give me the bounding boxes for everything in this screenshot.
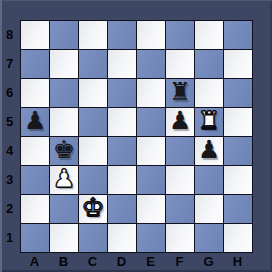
square-b3[interactable]: ♟ — [50, 166, 78, 194]
square-d8[interactable] — [108, 21, 136, 49]
square-c6[interactable] — [79, 79, 107, 107]
square-h4[interactable] — [224, 137, 252, 165]
square-a4[interactable] — [21, 137, 49, 165]
square-c5[interactable] — [79, 108, 107, 136]
square-e7[interactable] — [137, 50, 165, 78]
square-h8[interactable] — [224, 21, 252, 49]
square-b1[interactable] — [50, 224, 78, 252]
square-d3[interactable] — [108, 166, 136, 194]
rank-label-2: 2 — [0, 194, 19, 223]
rank-label-8: 8 — [0, 20, 19, 49]
square-g5[interactable]: ♜ — [195, 108, 223, 136]
rank-label-7: 7 — [0, 49, 19, 78]
square-c2[interactable]: ♚ — [79, 195, 107, 223]
file-label-e: E — [136, 253, 165, 270]
square-b7[interactable] — [50, 50, 78, 78]
square-c1[interactable] — [79, 224, 107, 252]
file-label-b: B — [49, 253, 78, 270]
file-label-f: F — [165, 253, 194, 270]
square-b2[interactable] — [50, 195, 78, 223]
rank-label-3: 3 — [0, 165, 19, 194]
square-a6[interactable] — [21, 79, 49, 107]
square-b8[interactable] — [50, 21, 78, 49]
square-h6[interactable] — [224, 79, 252, 107]
black-pawn-a5[interactable]: ♟ — [24, 107, 46, 135]
square-f4[interactable] — [166, 137, 194, 165]
square-f7[interactable] — [166, 50, 194, 78]
file-label-h: H — [223, 253, 252, 270]
file-label-d: D — [107, 253, 136, 270]
square-g4[interactable]: ♟ — [195, 137, 223, 165]
square-f6[interactable]: ♜ — [166, 79, 194, 107]
square-c3[interactable] — [79, 166, 107, 194]
square-b6[interactable] — [50, 79, 78, 107]
square-c7[interactable] — [79, 50, 107, 78]
square-g6[interactable] — [195, 79, 223, 107]
square-b4[interactable]: ♚ — [50, 137, 78, 165]
white-pawn-b3[interactable]: ♟ — [53, 165, 75, 193]
black-rook-f6[interactable]: ♜ — [169, 78, 191, 106]
rank-label-6: 6 — [0, 78, 19, 107]
file-label-c: C — [78, 253, 107, 270]
square-f5[interactable]: ♟ — [166, 108, 194, 136]
square-a2[interactable] — [21, 195, 49, 223]
square-h3[interactable] — [224, 166, 252, 194]
rank-label-5: 5 — [0, 107, 19, 136]
square-h5[interactable] — [224, 108, 252, 136]
square-h1[interactable] — [224, 224, 252, 252]
square-c8[interactable] — [79, 21, 107, 49]
black-pawn-g4[interactable]: ♟ — [198, 136, 220, 164]
file-label-a: A — [20, 253, 49, 270]
square-d6[interactable] — [108, 79, 136, 107]
rank-label-1: 1 — [0, 223, 19, 252]
square-h2[interactable] — [224, 195, 252, 223]
black-pawn-f5[interactable]: ♟ — [169, 107, 191, 135]
square-b5[interactable] — [50, 108, 78, 136]
square-c4[interactable] — [79, 137, 107, 165]
square-e4[interactable] — [137, 137, 165, 165]
square-d1[interactable] — [108, 224, 136, 252]
chess-diagram: ♜♟♟♜♚♟♟♚ 87654321 ABCDEFGH — [0, 0, 272, 272]
square-a8[interactable] — [21, 21, 49, 49]
white-rook-g5[interactable]: ♜ — [198, 107, 220, 135]
square-a3[interactable] — [21, 166, 49, 194]
square-f1[interactable] — [166, 224, 194, 252]
square-e8[interactable] — [137, 21, 165, 49]
square-a7[interactable] — [21, 50, 49, 78]
file-label-g: G — [194, 253, 223, 270]
rank-label-4: 4 — [0, 136, 19, 165]
square-d7[interactable] — [108, 50, 136, 78]
square-e3[interactable] — [137, 166, 165, 194]
square-g1[interactable] — [195, 224, 223, 252]
square-e6[interactable] — [137, 79, 165, 107]
square-g8[interactable] — [195, 21, 223, 49]
square-e5[interactable] — [137, 108, 165, 136]
square-a5[interactable]: ♟ — [21, 108, 49, 136]
square-e2[interactable] — [137, 195, 165, 223]
square-g2[interactable] — [195, 195, 223, 223]
chess-board: ♜♟♟♜♚♟♟♚ — [20, 20, 253, 253]
square-f8[interactable] — [166, 21, 194, 49]
square-d4[interactable] — [108, 137, 136, 165]
square-h7[interactable] — [224, 50, 252, 78]
square-g3[interactable] — [195, 166, 223, 194]
square-g7[interactable] — [195, 50, 223, 78]
square-d5[interactable] — [108, 108, 136, 136]
square-a1[interactable] — [21, 224, 49, 252]
white-king-c2[interactable]: ♚ — [82, 194, 104, 222]
square-d2[interactable] — [108, 195, 136, 223]
square-f2[interactable] — [166, 195, 194, 223]
square-f3[interactable] — [166, 166, 194, 194]
square-e1[interactable] — [137, 224, 165, 252]
black-king-b4[interactable]: ♚ — [53, 136, 75, 164]
